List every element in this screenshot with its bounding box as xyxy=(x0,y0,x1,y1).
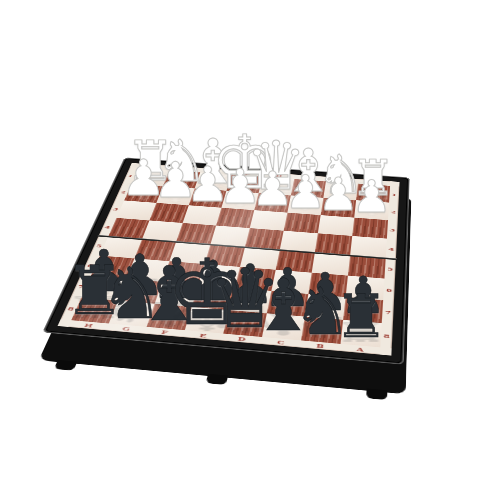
product-photo-scene: HGFEDCBA1122334455667788HGFEDCBA ♜♜♞♞♝♝♛… xyxy=(0,0,480,480)
pieces-layer: ♜♜♞♞♝♝♛♛♚♚♝♝♞♞♜♜♟♟♟♟♟♟♟♟♟♟♟♟♟♟♟♟♟♟♟♟♟♟♟♟… xyxy=(0,0,480,480)
white-pawn-icon: ♟ xyxy=(344,175,400,220)
black-rook-icon: ♜ xyxy=(324,287,399,347)
piece-black-rook-a8[interactable]: ♜♜ xyxy=(324,287,399,347)
piece-white-pawn-a2[interactable]: ♟♟ xyxy=(344,175,400,220)
